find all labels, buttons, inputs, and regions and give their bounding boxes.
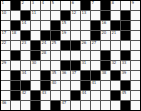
white-cell[interactable]: 26 bbox=[81, 41, 90, 50]
white-cell[interactable] bbox=[51, 91, 60, 100]
clue-number: 27 bbox=[92, 41, 97, 45]
white-cell[interactable] bbox=[121, 1, 130, 10]
white-cell[interactable]: 8 bbox=[111, 1, 120, 10]
white-cell[interactable]: 17 bbox=[1, 31, 10, 40]
clue-number: 46 bbox=[2, 101, 7, 105]
black-cell bbox=[61, 11, 70, 20]
black-cell bbox=[71, 91, 80, 100]
black-cell bbox=[61, 61, 70, 70]
white-cell[interactable] bbox=[91, 51, 100, 60]
black-cell bbox=[51, 31, 60, 40]
black-cell bbox=[71, 61, 80, 70]
clue-number: 26 bbox=[82, 41, 87, 45]
clue-number: 41 bbox=[92, 81, 97, 85]
white-cell[interactable] bbox=[11, 61, 20, 70]
white-cell[interactable]: 13 bbox=[81, 11, 90, 20]
white-cell[interactable] bbox=[1, 71, 10, 80]
white-cell[interactable]: 11 bbox=[31, 11, 40, 20]
white-cell[interactable]: 14 bbox=[21, 21, 30, 30]
black-cell bbox=[101, 11, 110, 20]
clue-number: 42 bbox=[22, 91, 27, 95]
white-cell[interactable]: 45 bbox=[121, 91, 130, 100]
white-cell[interactable]: 40 bbox=[51, 81, 60, 90]
clue-number: 38 bbox=[102, 71, 107, 75]
clue-number: 6 bbox=[72, 1, 74, 5]
white-cell[interactable] bbox=[131, 51, 140, 60]
white-cell[interactable] bbox=[21, 51, 30, 60]
white-cell[interactable] bbox=[31, 81, 40, 90]
clue-number: 23 bbox=[22, 41, 27, 45]
white-cell[interactable] bbox=[111, 51, 120, 60]
white-cell[interactable] bbox=[51, 61, 60, 70]
white-cell[interactable] bbox=[81, 31, 90, 40]
white-cell[interactable]: 3 bbox=[31, 1, 40, 10]
black-cell bbox=[11, 81, 20, 90]
white-cell[interactable]: 25 bbox=[51, 41, 60, 50]
clue-number: 31 bbox=[82, 61, 87, 65]
white-cell[interactable] bbox=[31, 71, 40, 80]
white-cell[interactable] bbox=[41, 101, 50, 110]
clue-number: 16 bbox=[102, 21, 107, 25]
white-cell[interactable] bbox=[51, 11, 60, 20]
white-cell[interactable]: 42 bbox=[21, 91, 30, 100]
clue-number: 2 bbox=[22, 1, 24, 5]
black-cell bbox=[51, 101, 60, 110]
black-cell bbox=[121, 51, 130, 60]
black-cell bbox=[11, 91, 20, 100]
white-cell[interactable] bbox=[41, 11, 50, 20]
white-cell[interactable] bbox=[111, 11, 120, 20]
clue-number: 4 bbox=[42, 1, 44, 5]
black-cell bbox=[121, 31, 130, 40]
black-cell bbox=[71, 41, 80, 50]
white-cell[interactable]: 24 bbox=[41, 41, 50, 50]
white-cell[interactable] bbox=[131, 41, 140, 50]
clue-number: 24 bbox=[42, 41, 47, 45]
white-cell[interactable] bbox=[1, 91, 10, 100]
white-cell[interactable] bbox=[91, 91, 100, 100]
white-cell[interactable]: 37 bbox=[71, 71, 80, 80]
white-cell[interactable] bbox=[71, 31, 80, 40]
white-cell[interactable] bbox=[131, 21, 140, 30]
black-cell bbox=[91, 21, 100, 30]
white-cell[interactable]: 19 bbox=[61, 31, 70, 40]
white-cell[interactable] bbox=[11, 101, 20, 110]
white-cell[interactable] bbox=[61, 91, 70, 100]
white-cell[interactable]: 7 bbox=[91, 1, 100, 10]
clue-number: 7 bbox=[92, 1, 94, 5]
white-cell[interactable] bbox=[131, 91, 140, 100]
clue-number: 33 bbox=[122, 61, 127, 65]
black-cell bbox=[11, 1, 20, 10]
black-cell bbox=[31, 101, 40, 110]
clue-number: 32 bbox=[112, 61, 117, 65]
white-cell[interactable]: 15 bbox=[61, 21, 70, 30]
black-cell bbox=[41, 81, 50, 90]
clue-number: 36 bbox=[62, 71, 67, 75]
white-cell[interactable]: 47 bbox=[61, 101, 70, 110]
clue-number: 9 bbox=[132, 1, 134, 5]
black-cell bbox=[41, 31, 50, 40]
black-cell bbox=[121, 81, 130, 90]
white-cell[interactable] bbox=[31, 21, 40, 30]
white-cell[interactable] bbox=[61, 81, 70, 90]
white-cell[interactable] bbox=[131, 61, 140, 70]
black-cell bbox=[21, 31, 30, 40]
white-cell[interactable]: 39 bbox=[121, 71, 130, 80]
clue-number: 13 bbox=[82, 11, 87, 15]
white-cell[interactable]: 38 bbox=[101, 71, 110, 80]
black-cell bbox=[21, 81, 30, 90]
white-cell[interactable] bbox=[121, 41, 130, 50]
black-cell bbox=[121, 11, 130, 20]
black-cell bbox=[51, 21, 60, 30]
white-cell[interactable] bbox=[101, 41, 110, 50]
white-cell[interactable] bbox=[81, 21, 90, 30]
clue-number: 15 bbox=[62, 21, 67, 25]
white-cell[interactable] bbox=[81, 101, 90, 110]
white-cell[interactable] bbox=[131, 101, 140, 110]
clue-number: 21 bbox=[112, 31, 117, 35]
clue-number: 43 bbox=[42, 91, 47, 95]
white-cell[interactable] bbox=[71, 101, 80, 110]
black-cell bbox=[41, 71, 50, 80]
clue-number: 39 bbox=[122, 71, 127, 75]
white-cell[interactable] bbox=[41, 61, 50, 70]
clue-number: 19 bbox=[62, 31, 67, 35]
black-cell bbox=[121, 21, 130, 30]
clue-number: 17 bbox=[2, 31, 7, 35]
white-cell[interactable]: 44 bbox=[81, 91, 90, 100]
clue-number: 22 bbox=[2, 41, 7, 45]
white-cell[interactable]: 20 bbox=[101, 31, 110, 40]
clue-number: 18 bbox=[12, 31, 17, 35]
clue-number: 1 bbox=[2, 1, 4, 5]
black-cell bbox=[31, 91, 40, 100]
white-cell[interactable] bbox=[111, 41, 120, 50]
white-cell[interactable] bbox=[21, 61, 30, 70]
white-cell[interactable] bbox=[11, 41, 20, 50]
white-cell[interactable] bbox=[61, 1, 70, 10]
white-cell[interactable] bbox=[131, 81, 140, 90]
white-cell[interactable]: 28 bbox=[41, 51, 50, 60]
white-cell[interactable]: 4 bbox=[41, 1, 50, 10]
white-cell[interactable] bbox=[1, 81, 10, 90]
white-cell[interactable] bbox=[31, 31, 40, 40]
clue-number: 37 bbox=[72, 71, 77, 75]
white-cell[interactable] bbox=[111, 81, 120, 90]
white-cell[interactable] bbox=[131, 71, 140, 80]
black-cell bbox=[111, 91, 120, 100]
black-cell bbox=[101, 61, 110, 70]
white-cell[interactable]: 30 bbox=[31, 61, 40, 70]
clue-number: 30 bbox=[32, 61, 37, 65]
white-cell[interactable] bbox=[51, 51, 60, 60]
white-cell[interactable]: 33 bbox=[121, 61, 130, 70]
white-cell[interactable]: 23 bbox=[21, 41, 30, 50]
white-cell[interactable] bbox=[81, 51, 90, 60]
white-cell[interactable]: 10 bbox=[1, 11, 10, 20]
white-cell[interactable]: 1 bbox=[1, 1, 10, 10]
white-cell[interactable] bbox=[101, 91, 110, 100]
white-cell[interactable] bbox=[101, 101, 110, 110]
white-cell[interactable]: 12 bbox=[71, 11, 80, 20]
black-cell bbox=[81, 71, 90, 80]
white-cell[interactable] bbox=[11, 11, 20, 20]
black-cell bbox=[11, 51, 20, 60]
black-cell bbox=[81, 1, 90, 10]
white-cell[interactable]: 36 bbox=[61, 71, 70, 80]
white-cell[interactable] bbox=[101, 81, 110, 90]
white-cell[interactable] bbox=[61, 51, 70, 60]
white-cell[interactable]: 21 bbox=[111, 31, 120, 40]
white-cell[interactable]: 34 bbox=[21, 71, 30, 80]
clue-number: 20 bbox=[102, 31, 107, 35]
black-cell bbox=[11, 71, 20, 80]
black-cell bbox=[91, 71, 100, 80]
clue-number: 40 bbox=[52, 81, 57, 85]
white-cell[interactable] bbox=[21, 101, 30, 110]
white-cell[interactable]: 41 bbox=[91, 81, 100, 90]
white-cell[interactable] bbox=[131, 11, 140, 20]
white-cell[interactable]: 43 bbox=[41, 91, 50, 100]
white-cell[interactable]: 29 bbox=[1, 61, 10, 70]
clue-number: 10 bbox=[2, 11, 7, 15]
black-cell bbox=[21, 11, 30, 20]
white-cell[interactable] bbox=[1, 21, 10, 30]
black-cell bbox=[121, 101, 130, 110]
black-cell bbox=[111, 21, 120, 30]
white-cell[interactable]: 6 bbox=[71, 1, 80, 10]
black-cell bbox=[101, 51, 110, 60]
black-cell bbox=[101, 1, 110, 10]
clue-number: 44 bbox=[82, 91, 87, 95]
clue-number: 47 bbox=[62, 101, 67, 105]
white-cell[interactable]: 22 bbox=[1, 41, 10, 50]
white-cell[interactable]: 32 bbox=[111, 61, 120, 70]
clue-number: 45 bbox=[122, 91, 127, 95]
clue-number: 35 bbox=[52, 71, 57, 75]
black-cell bbox=[11, 21, 20, 30]
clue-number: 3 bbox=[32, 1, 34, 5]
white-cell[interactable]: 16 bbox=[101, 21, 110, 30]
white-cell[interactable] bbox=[71, 21, 80, 30]
black-cell bbox=[31, 51, 40, 60]
white-cell[interactable] bbox=[91, 101, 100, 110]
white-cell[interactable] bbox=[91, 61, 100, 70]
white-cell[interactable]: 27 bbox=[91, 41, 100, 50]
white-cell[interactable] bbox=[111, 101, 120, 110]
clue-number: 14 bbox=[22, 21, 27, 25]
black-cell bbox=[91, 31, 100, 40]
clue-number: 34 bbox=[22, 71, 27, 75]
black-cell bbox=[61, 41, 70, 50]
white-cell[interactable]: 9 bbox=[131, 1, 140, 10]
clue-number: 25 bbox=[52, 41, 57, 45]
clue-number: 11 bbox=[32, 11, 37, 15]
clue-number: 8 bbox=[112, 1, 114, 5]
white-cell[interactable]: 46 bbox=[1, 101, 10, 110]
white-cell[interactable] bbox=[131, 31, 140, 40]
clue-number: 29 bbox=[2, 61, 7, 65]
white-cell[interactable]: 31 bbox=[81, 61, 90, 70]
white-cell[interactable]: 5 bbox=[51, 1, 60, 10]
white-cell[interactable]: 2 bbox=[21, 1, 30, 10]
white-cell[interactable]: 35 bbox=[51, 71, 60, 80]
clue-number: 12 bbox=[72, 11, 77, 15]
black-cell bbox=[31, 41, 40, 50]
white-cell[interactable] bbox=[71, 51, 80, 60]
crossword-board: 1234567891011121314151617181920212223242… bbox=[0, 0, 141, 111]
clue-number: 5 bbox=[52, 1, 54, 5]
white-cell[interactable] bbox=[71, 81, 80, 90]
clue-number: 28 bbox=[42, 51, 47, 55]
black-cell bbox=[111, 71, 120, 80]
black-cell bbox=[81, 81, 90, 90]
white-cell[interactable]: 18 bbox=[11, 31, 20, 40]
white-cell[interactable] bbox=[91, 11, 100, 20]
white-cell[interactable] bbox=[41, 21, 50, 30]
white-cell[interactable] bbox=[1, 51, 10, 60]
